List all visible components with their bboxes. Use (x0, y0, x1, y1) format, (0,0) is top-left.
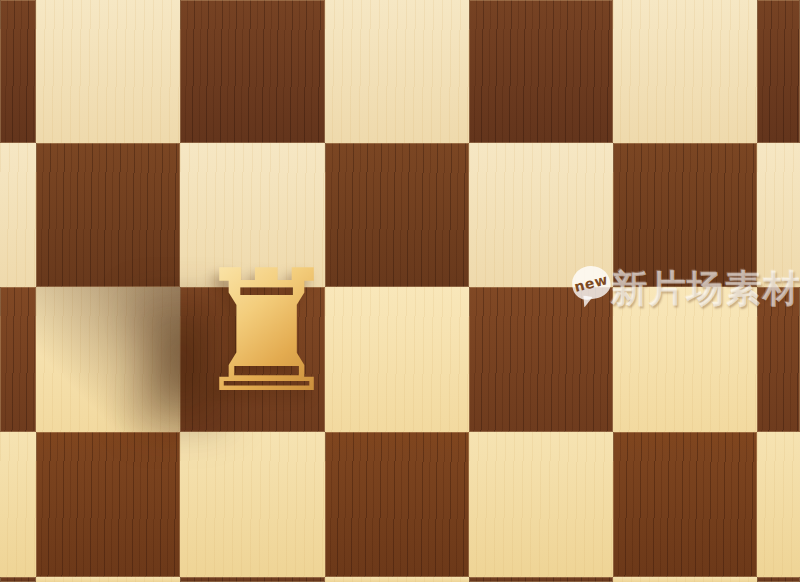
board-square[interactable] (325, 577, 469, 582)
board-square[interactable] (180, 0, 325, 143)
board-square[interactable] (180, 432, 325, 577)
board-square[interactable] (325, 143, 469, 287)
board-square[interactable] (613, 0, 757, 143)
board-square[interactable] (36, 143, 180, 287)
watermark-text: 新片场素材 (611, 264, 800, 314)
white-rook[interactable]: ♜ (191, 248, 342, 416)
board-square[interactable] (613, 577, 757, 582)
board-square[interactable] (0, 287, 36, 432)
board-square[interactable] (325, 0, 469, 143)
board-square[interactable] (0, 0, 36, 143)
board-square[interactable] (325, 432, 469, 577)
board-square[interactable] (469, 577, 613, 582)
board-square[interactable] (469, 287, 613, 432)
board-square[interactable] (0, 432, 36, 577)
board-square[interactable] (36, 0, 180, 143)
board-square[interactable] (757, 432, 800, 577)
board-square[interactable] (757, 0, 800, 143)
watermark-new-badge-label: new (573, 271, 610, 295)
board-square[interactable] (0, 577, 36, 582)
board-square[interactable] (469, 432, 613, 577)
chessboard-photo: ♜ new 新片场素材 (0, 0, 800, 582)
board-square[interactable]: ♜ (180, 287, 325, 432)
board-square[interactable] (36, 432, 180, 577)
board-square[interactable] (36, 287, 180, 432)
board-square[interactable] (180, 577, 325, 582)
board-square[interactable] (613, 432, 757, 577)
board-square[interactable] (325, 287, 469, 432)
board-square[interactable] (469, 0, 613, 143)
board-square[interactable] (36, 577, 180, 582)
board-square[interactable] (0, 143, 36, 287)
board-square[interactable] (757, 577, 800, 582)
